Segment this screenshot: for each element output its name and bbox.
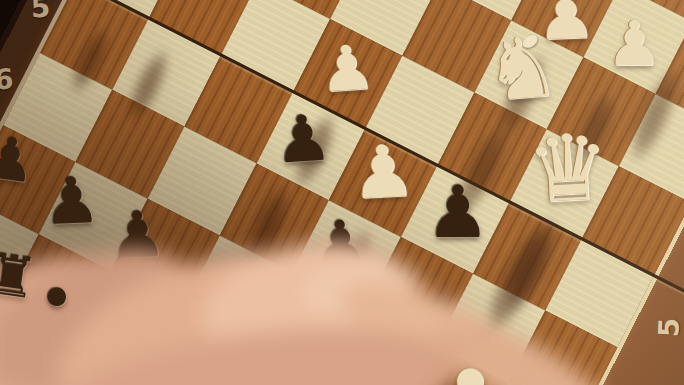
black-knight-b8-top: ● xyxy=(47,283,68,307)
chess-photo-scene: 1122334455667788 ♟♟♟♟♞♛♟♟♟♟♟♟♜●● xyxy=(0,0,684,385)
white-piece-partial-bottom: ● xyxy=(455,361,485,385)
moving-hand xyxy=(0,0,684,385)
